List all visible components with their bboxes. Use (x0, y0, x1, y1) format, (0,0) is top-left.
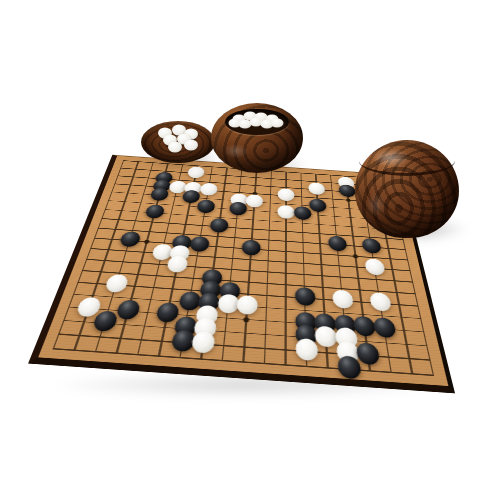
lid-highlight (371, 148, 411, 168)
lidded-stone-bowl (355, 140, 459, 238)
black-stone (309, 198, 327, 212)
black-stone (356, 342, 381, 365)
white-stone (278, 188, 295, 201)
white-stone (103, 274, 129, 293)
white-stone (245, 194, 263, 208)
white-stone (166, 255, 189, 273)
black-stone (241, 239, 261, 256)
star-point (243, 317, 249, 322)
white-stone-dish (141, 121, 215, 163)
black-stone (361, 238, 382, 254)
white-stone (199, 182, 218, 195)
black-stone (196, 199, 216, 213)
white-stone (236, 295, 258, 315)
black-stone (327, 235, 347, 251)
black-stone (228, 201, 247, 215)
star-point (144, 240, 150, 244)
black-stone (188, 236, 209, 252)
star-point (353, 254, 358, 258)
bowl-side-highlight (365, 192, 387, 218)
white-stone (277, 205, 295, 219)
white-stone (308, 182, 325, 195)
black-stone (372, 317, 397, 338)
star-point (346, 198, 351, 202)
bowl-white-stone (271, 119, 284, 128)
photo-scene (0, 0, 500, 500)
white-stone (368, 292, 391, 312)
bowl-rim (225, 109, 289, 135)
white-stone (191, 331, 216, 354)
black-stone (293, 206, 311, 220)
grid-line-vertical (285, 172, 287, 366)
white-stone (187, 166, 206, 178)
black-stone (209, 218, 229, 233)
dish-white-stone (184, 140, 198, 151)
black-stone (149, 187, 170, 201)
white-stone (364, 258, 386, 275)
white-stone (331, 289, 353, 309)
black-stone (144, 204, 165, 219)
black-stone (118, 231, 141, 247)
black-stone (294, 287, 315, 307)
black-stone (115, 299, 142, 320)
board-perspective-wrapper (64, 33, 437, 468)
dish-white-stone (168, 142, 182, 153)
black-stone (336, 355, 361, 379)
bowl-highlight (223, 143, 249, 159)
open-stone-bowl (211, 103, 303, 173)
